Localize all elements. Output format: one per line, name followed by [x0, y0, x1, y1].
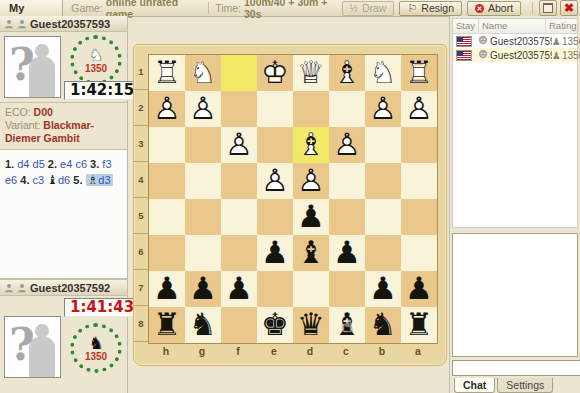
black-p-piece: ♟ — [221, 271, 257, 307]
rank-label-2: 2 — [135, 90, 147, 126]
rank-label-1: 1 — [135, 54, 147, 90]
square-c1[interactable]: ♝♗ — [329, 55, 365, 91]
square-a7[interactable]: ♟ — [401, 271, 437, 307]
square-f4[interactable] — [221, 163, 257, 199]
square-b4[interactable] — [365, 163, 401, 199]
square-g2[interactable]: ♟♙ — [185, 91, 221, 127]
white-r-piece: ♜ — [401, 55, 437, 91]
guest-icon — [478, 35, 488, 47]
white-r-piece: ♜ — [149, 55, 185, 91]
white-q-piece: ♛ — [293, 55, 329, 91]
square-e4[interactable]: ♟♙ — [257, 163, 293, 199]
white-p-piece: ♟ — [257, 163, 293, 199]
person-icon[interactable] — [17, 283, 27, 293]
square-g7[interactable]: ♟ — [185, 271, 221, 307]
square-e3[interactable] — [257, 127, 293, 163]
eco-label: ECO: — [5, 106, 31, 118]
chat-input[interactable] — [452, 360, 580, 376]
move-d4[interactable]: d4 — [17, 158, 29, 170]
square-b6[interactable] — [365, 235, 401, 271]
square-h7[interactable]: ♟ — [149, 271, 185, 307]
square-e8[interactable]: ♚ — [257, 307, 293, 343]
mouse-cursor-hand-icon: ☝ — [342, 316, 352, 336]
move-number: 5. — [73, 174, 85, 186]
white-p-piece: ♟ — [221, 127, 257, 163]
move-d5[interactable]: d5 — [33, 158, 45, 170]
move-number: 4. — [20, 174, 32, 186]
square-a4[interactable] — [401, 163, 437, 199]
white-bishop-icon: ♗ — [88, 173, 99, 187]
my-game-tab[interactable]: My game — [0, 0, 63, 16]
resign-flag-icon: ⚐ — [407, 3, 417, 14]
abort-icon: ✕ — [475, 4, 484, 13]
column-rating[interactable]: Rating — [546, 19, 577, 33]
player-list-name: Guest20357592 — [490, 50, 552, 61]
white-p-piece: ♟ — [329, 127, 365, 163]
square-f5[interactable] — [221, 199, 257, 235]
white-p-piece: ♟ — [185, 91, 221, 127]
game-info-block: ECO: D00 Variant: Blackmar-Diemer Gambit — [0, 102, 127, 149]
square-f7[interactable]: ♟ — [221, 271, 257, 307]
question-mark: ? — [9, 39, 35, 90]
square-g1[interactable]: ♞♘ — [185, 55, 221, 91]
variant-label: Variant: — [5, 119, 40, 131]
square-h1[interactable]: ♜♖ — [149, 55, 185, 91]
restore-window-icon — [543, 3, 553, 13]
black-n-piece: ♞ — [185, 307, 221, 343]
black-avatar: ? — [4, 316, 61, 378]
file-label-d: d — [292, 345, 328, 357]
square-a3[interactable] — [401, 127, 437, 163]
tab-chat[interactable]: Chat — [454, 378, 495, 393]
square-f2[interactable] — [221, 91, 257, 127]
square-a6[interactable] — [401, 235, 437, 271]
white-p-piece: ♟ — [365, 91, 401, 127]
move-c6[interactable]: c6 — [75, 158, 87, 170]
white-rating-wreath: ♞♘ 1350 — [70, 35, 122, 85]
square-d7[interactable] — [293, 271, 329, 307]
black-n-piece: ♞ — [365, 307, 401, 343]
person-icon[interactable] — [17, 19, 27, 29]
square-h4[interactable] — [149, 163, 185, 199]
white-p-piece: ♟ — [293, 163, 329, 199]
square-c3[interactable]: ♟♙ — [329, 127, 365, 163]
person-icon[interactable] — [4, 283, 14, 293]
square-a5[interactable] — [401, 199, 437, 235]
square-h3[interactable] — [149, 127, 185, 163]
player-list-header: Stay Name Rating — [453, 19, 577, 34]
player-list-name: Guest20357593 — [490, 36, 552, 47]
divider — [532, 2, 533, 14]
black-p-piece: ♟ — [257, 235, 293, 271]
close-icon: ✖ — [564, 2, 574, 14]
square-b1[interactable]: ♞♘ — [365, 55, 401, 91]
divider — [208, 2, 209, 14]
square-d2[interactable] — [293, 91, 329, 127]
square-h6[interactable] — [149, 235, 185, 271]
square-a8[interactable]: ♜ — [401, 307, 437, 343]
black-knight-badge-icon: ♞ — [88, 335, 103, 352]
person-icon[interactable] — [4, 19, 14, 29]
black-bishop-icon: ♝ — [47, 173, 58, 187]
guest-icon — [478, 49, 488, 61]
white-avatar: ? — [4, 36, 61, 98]
square-e7[interactable] — [257, 271, 293, 307]
white-p-piece: ♟ — [401, 91, 437, 127]
rank-label-8: 8 — [135, 306, 147, 342]
time-label: Time: — [215, 2, 241, 14]
white-player-name: Guest20357593 — [30, 18, 110, 30]
file-label-b: b — [364, 345, 400, 357]
square-c2[interactable] — [329, 91, 365, 127]
square-c6[interactable]: ♟ — [329, 235, 365, 271]
square-b5[interactable] — [365, 199, 401, 235]
file-label-a: a — [400, 345, 436, 357]
black-p-piece: ♟ — [293, 199, 329, 235]
square-d4[interactable]: ♟♙ — [293, 163, 329, 199]
square-g3[interactable] — [185, 127, 221, 163]
player-list-rating: 1350 — [562, 50, 580, 61]
chat-tabs: ChatSettings — [450, 378, 580, 393]
move-e4[interactable]: e4 — [60, 158, 72, 170]
black-p-piece: ♟ — [185, 271, 221, 307]
square-d5[interactable]: ♟ — [293, 199, 329, 235]
square-f8[interactable] — [221, 307, 257, 343]
chat-messages — [452, 233, 578, 357]
eco-value: D00 — [34, 106, 53, 118]
black-p-piece: ♟ — [329, 235, 365, 271]
player-list-row[interactable]: Guest20357592♟1350 — [453, 48, 577, 62]
us-flag-icon — [456, 36, 472, 47]
move-d6[interactable]: ♝d6 — [47, 174, 70, 186]
file-label-g: g — [184, 345, 220, 357]
move-number: 2. — [48, 158, 60, 170]
game-label: Game: — [71, 2, 103, 14]
black-rating: 1350 — [85, 352, 107, 362]
top-bar: My game Game: online unrated game Time: … — [0, 0, 580, 17]
pawn-icon: ♟ — [552, 36, 561, 47]
us-flag-icon — [456, 50, 472, 61]
board-area: ♜♖♞♘♚♔♛♕♝♗♞♘♜♖♟♙♟♙♟♙♟♙♟♙♝♗♟♙♟♙♟♙♟♟♝♟♟♟♟♟… — [128, 16, 449, 393]
square-b2[interactable]: ♟♙ — [365, 91, 401, 127]
file-label-h: h — [148, 345, 184, 357]
move-number: 1. — [5, 158, 17, 170]
rank-label-4: 4 — [135, 162, 147, 198]
tab-settings[interactable]: Settings — [497, 378, 553, 393]
square-b3[interactable] — [365, 127, 401, 163]
square-g5[interactable] — [185, 199, 221, 235]
square-h8[interactable]: ♜ — [149, 307, 185, 343]
square-c5[interactable] — [329, 199, 365, 235]
black-player-name: Guest20357592 — [30, 282, 110, 294]
square-c4[interactable] — [329, 163, 365, 199]
white-rating: 1350 — [85, 64, 107, 74]
square-g4[interactable] — [185, 163, 221, 199]
white-b-piece: ♝ — [329, 55, 365, 91]
square-b7[interactable]: ♟ — [365, 271, 401, 307]
column-stay[interactable]: Stay — [453, 19, 479, 33]
square-e6[interactable]: ♟ — [257, 235, 293, 271]
rank-label-3: 3 — [135, 126, 147, 162]
player-list-rating: 1350 — [562, 36, 580, 47]
rank-label-5: 5 — [135, 198, 147, 234]
square-d8[interactable]: ♛ — [293, 307, 329, 343]
square-h2[interactable]: ♟♙ — [149, 91, 185, 127]
move-list: 1. d4 d5 2. e4 c6 3. f3 e6 4. c3 ♝d6 5. … — [0, 149, 127, 279]
resign-button[interactable]: ⚐ Resign — [399, 1, 462, 16]
square-g8[interactable]: ♞ — [185, 307, 221, 343]
rank-label-7: 7 — [135, 270, 147, 306]
move-d3[interactable]: ♗d3 — [86, 174, 113, 186]
square-d3[interactable]: ♝♗ — [293, 127, 329, 163]
player-list-row[interactable]: Guest20357593♟1350 — [453, 34, 577, 48]
abort-button[interactable]: ✕ Abort — [467, 1, 521, 16]
avatar-silhouette — [35, 44, 49, 58]
move-number: 3. — [90, 158, 102, 170]
square-f3[interactable]: ♟♙ — [221, 127, 257, 163]
square-a2[interactable]: ♟♙ — [401, 91, 437, 127]
close-button[interactable]: ✖ — [560, 0, 578, 16]
black-r-piece: ♜ — [401, 307, 437, 343]
draw-icon: ½ — [350, 3, 358, 14]
white-n-piece: ♞ — [365, 55, 401, 91]
white-knight-badge-icon: ♞♘ — [88, 47, 103, 64]
left-sidebar: Guest20357593 ? ♞♘ 1350 1:42:15 ECO: D00… — [0, 16, 128, 393]
player-list: Stay Name Rating Guest20357593♟1350Guest… — [452, 18, 578, 228]
white-n-piece: ♞ — [185, 55, 221, 91]
black-rating-wreath: ♞ 1350 — [70, 323, 122, 373]
file-label-c: c — [328, 345, 364, 357]
avatar-silhouette — [35, 324, 49, 338]
square-d6[interactable]: ♝ — [293, 235, 329, 271]
file-label-e: e — [256, 345, 292, 357]
square-b8[interactable]: ♞ — [365, 307, 401, 343]
black-p-piece: ♟ — [149, 271, 185, 307]
question-mark: ? — [9, 319, 35, 370]
black-b-piece: ♝ — [293, 235, 329, 271]
white-b-piece: ♝ — [293, 127, 329, 163]
draw-button[interactable]: ½ Draw — [342, 1, 395, 16]
square-c7[interactable] — [329, 271, 365, 307]
file-label-f: f — [220, 345, 256, 357]
black-k-piece: ♚ — [257, 307, 293, 343]
square-f6[interactable] — [221, 235, 257, 271]
white-player-header: Guest20357593 — [0, 16, 127, 32]
move-f3[interactable]: f3 — [102, 158, 111, 170]
black-player-panel: ? 1:41:43 ♞ 1350 — [0, 296, 127, 393]
rank-label-6: 6 — [135, 234, 147, 270]
move-c3[interactable]: c3 — [33, 174, 45, 186]
black-p-piece: ♟ — [365, 271, 401, 307]
right-panel: Stay Name Rating Guest20357593♟1350Guest… — [449, 16, 580, 393]
chess-board: ♜♖♞♘♚♔♛♕♝♗♞♘♜♖♟♙♟♙♟♙♟♙♟♙♝♗♟♙♟♙♟♙♟♟♝♟♟♟♟♟… — [133, 44, 447, 366]
black-p-piece: ♟ — [401, 271, 437, 307]
square-e1[interactable]: ♚♔ — [257, 55, 293, 91]
square-a1[interactable]: ♜♖ — [401, 55, 437, 91]
pawn-icon: ♟ — [552, 50, 561, 61]
square-e2[interactable] — [257, 91, 293, 127]
black-q-piece: ♛ — [293, 307, 329, 343]
black-player-header: Guest20357592 — [0, 279, 127, 296]
white-player-panel: ? ♞♘ 1350 1:42:15 — [0, 32, 127, 102]
move-e6[interactable]: e6 — [5, 174, 17, 186]
black-r-piece: ♜ — [149, 307, 185, 343]
white-k-piece: ♚ — [257, 55, 293, 91]
column-name[interactable]: Name — [479, 19, 546, 33]
white-p-piece: ♟ — [149, 91, 185, 127]
restore-window-button[interactable] — [539, 0, 557, 16]
square-f1[interactable] — [221, 55, 257, 91]
square-e5[interactable] — [257, 199, 293, 235]
square-h5[interactable] — [149, 199, 185, 235]
square-d1[interactable]: ♛♕ — [293, 55, 329, 91]
square-g6[interactable] — [185, 235, 221, 271]
chess-board-squares: ♜♖♞♘♚♔♛♕♝♗♞♘♜♖♟♙♟♙♟♙♟♙♟♙♝♗♟♙♟♙♟♙♟♟♝♟♟♟♟♟… — [148, 54, 438, 344]
